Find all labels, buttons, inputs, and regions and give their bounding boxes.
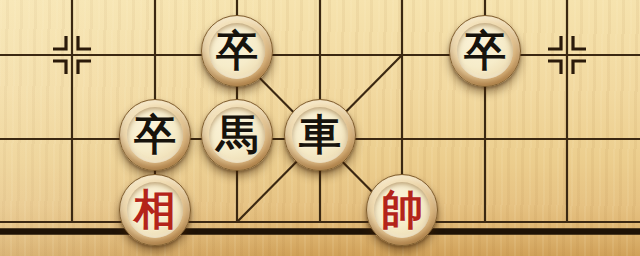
piece-red-general[interactable]: 帥 bbox=[366, 174, 438, 246]
piece-glyph: 卒 bbox=[202, 16, 272, 86]
piece-glyph: 卒 bbox=[120, 100, 190, 170]
piece-black-soldier[interactable]: 卒 bbox=[119, 99, 191, 171]
piece-black-chariot[interactable]: 車 bbox=[284, 99, 356, 171]
piece-black-horse[interactable]: 馬 bbox=[201, 99, 273, 171]
piece-glyph: 卒 bbox=[450, 16, 520, 86]
xiangqi-board[interactable]: 卒卒卒馬車相帥 bbox=[0, 0, 640, 256]
piece-glyph: 車 bbox=[285, 100, 355, 170]
piece-glyph: 馬 bbox=[202, 100, 272, 170]
piece-black-soldier[interactable]: 卒 bbox=[449, 15, 521, 87]
piece-glyph: 帥 bbox=[367, 175, 437, 245]
piece-red-elephant[interactable]: 相 bbox=[119, 174, 191, 246]
piece-black-soldier[interactable]: 卒 bbox=[201, 15, 273, 87]
piece-glyph: 相 bbox=[120, 175, 190, 245]
